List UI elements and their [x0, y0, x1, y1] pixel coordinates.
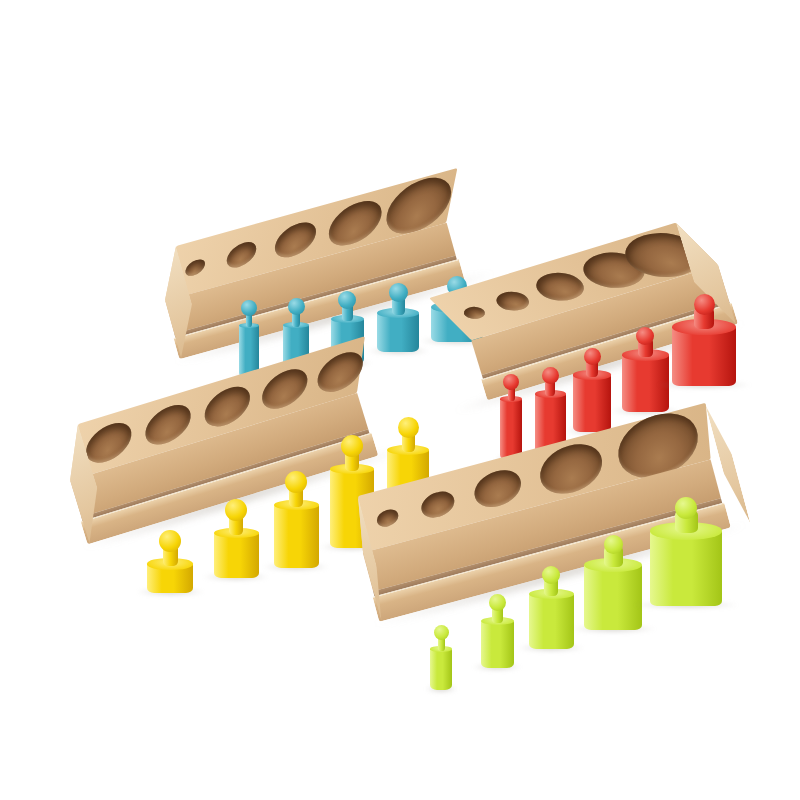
cylinder-knob — [434, 625, 449, 640]
cylinder-green-2 — [481, 594, 514, 668]
socket-hole — [459, 305, 488, 322]
cylinder-body — [430, 648, 452, 690]
cylinder-knob — [542, 566, 560, 584]
product-photo-montessori-cylinder-blocks — [0, 0, 800, 800]
cylinder-knob — [636, 327, 654, 345]
cylinder-knob — [225, 499, 247, 521]
socket-hole — [272, 218, 319, 262]
socket-hole — [420, 488, 455, 522]
cylinder-knob — [288, 298, 305, 315]
cylinder-knob — [503, 374, 519, 390]
cylinder-knob — [489, 594, 506, 611]
cylinder-body — [377, 312, 419, 352]
cylinder-yellow-3 — [274, 471, 319, 568]
cylinder-blue-4 — [377, 283, 419, 352]
cylinder-body — [672, 326, 736, 386]
cylinder-knob — [542, 367, 559, 384]
cylinder-body — [214, 532, 259, 578]
cylinder-knob — [584, 348, 601, 365]
cylinder-knob — [604, 535, 623, 554]
socket-hole — [143, 399, 193, 450]
cylinder-knob — [675, 497, 697, 519]
wood-block-blue-set — [176, 168, 457, 246]
cylinder-knob — [241, 300, 257, 316]
socket-hole — [259, 364, 309, 415]
cylinder-knob — [694, 294, 715, 315]
cylinder-knob — [398, 417, 419, 438]
socket-hole — [225, 239, 259, 271]
socket-hole — [184, 257, 206, 278]
cylinder-body — [481, 620, 514, 668]
socket-hole — [202, 381, 252, 432]
socket-hole — [315, 347, 365, 398]
cylinder-body — [274, 504, 319, 568]
socket-hole — [490, 289, 534, 314]
cylinder-red-1 — [500, 374, 522, 460]
socket-hole — [376, 507, 399, 529]
cylinder-yellow-1 — [147, 530, 193, 593]
cylinder-green-4 — [584, 535, 642, 630]
cylinder-body — [529, 593, 574, 649]
socket-hole — [528, 268, 592, 304]
socket-hole — [473, 465, 522, 512]
cylinder-blue-1 — [239, 300, 259, 378]
cylinder-knob — [389, 283, 408, 302]
cylinder-green-3 — [529, 566, 574, 649]
socket-hole — [83, 418, 133, 469]
cylinder-body — [584, 564, 642, 630]
cylinder-red-4 — [622, 327, 669, 412]
cylinder-green-5 — [650, 497, 722, 606]
cylinder-body — [573, 374, 611, 432]
cylinder-body — [650, 530, 722, 606]
wood-block-red-set — [429, 223, 676, 298]
cylinder-knob — [338, 291, 356, 309]
cylinder-knob — [159, 530, 181, 552]
cylinder-green-1 — [430, 625, 452, 690]
cylinder-red-5 — [672, 294, 736, 386]
cylinder-knob — [285, 471, 307, 493]
cylinder-yellow-2 — [214, 499, 259, 578]
cylinder-red-3 — [573, 348, 611, 432]
cylinder-knob — [341, 435, 363, 457]
cylinder-body — [500, 398, 522, 460]
